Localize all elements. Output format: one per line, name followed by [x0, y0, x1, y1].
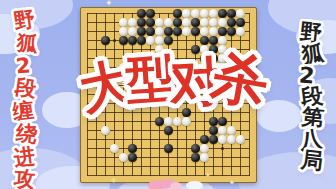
white-stone: [209, 18, 218, 27]
white-stone: [128, 27, 137, 36]
black-stone: [137, 18, 146, 27]
black-stone: [173, 9, 182, 18]
black-stone: [200, 36, 209, 45]
white-stone: [200, 18, 209, 27]
white-stone: [200, 9, 209, 18]
white-stone: [119, 153, 128, 162]
white-stone: [227, 135, 236, 144]
left-caption-char: 狐: [16, 32, 39, 55]
left-caption-char: 野: [13, 9, 37, 33]
black-stone: [101, 36, 110, 45]
black-stone: [137, 9, 146, 18]
sparkle-icon: ✦: [105, 0, 113, 8]
white-stone: [209, 27, 218, 36]
black-stone: [218, 27, 227, 36]
white-stone: [182, 18, 191, 27]
black-stone: [191, 144, 200, 153]
white-stone: [218, 18, 227, 27]
black-stone: [209, 36, 218, 45]
sparkle-icon: ✦: [229, 180, 235, 187]
black-stone: [173, 27, 182, 36]
white-stone: [173, 117, 182, 126]
white-stone: [155, 36, 164, 45]
white-stone: [119, 27, 128, 36]
white-stone: [209, 9, 218, 18]
black-stone: [236, 18, 245, 27]
black-stone: [128, 153, 137, 162]
black-stone: [119, 36, 128, 45]
black-stone: [146, 27, 155, 36]
sparkle-icon: ✦: [109, 175, 118, 186]
black-stone: [191, 18, 200, 27]
right-caption-char: 局: [300, 149, 325, 174]
star-point: [221, 147, 224, 150]
black-stone: [164, 27, 173, 36]
white-stone: [182, 27, 191, 36]
grid-line: [87, 157, 250, 158]
black-stone: [191, 153, 200, 162]
left-caption-char: 攻: [13, 168, 36, 189]
left-caption-char: 缠: [12, 100, 35, 123]
title-char: 杀: [208, 48, 273, 113]
pink-dot-decoration: [170, 182, 182, 189]
white-stone: [164, 18, 173, 27]
white-stone: [101, 126, 110, 135]
black-stone: [218, 117, 227, 126]
white-stone: [200, 153, 209, 162]
black-stone: [191, 27, 200, 36]
grid-line: [87, 166, 250, 167]
white-stone: [191, 9, 200, 18]
left-caption-char: 绕: [15, 123, 38, 146]
black-stone: [209, 135, 218, 144]
black-stone: [173, 18, 182, 27]
white-stone: [236, 27, 245, 36]
white-stone: [200, 27, 209, 36]
black-stone: [209, 117, 218, 126]
white-stone: [182, 117, 191, 126]
black-stone: [200, 135, 209, 144]
white-stone: [119, 18, 128, 27]
white-puff-decoration: [186, 181, 203, 189]
black-stone: [137, 27, 146, 36]
white-stone: [218, 126, 227, 135]
white-stone: [200, 144, 209, 153]
black-stone: [164, 126, 173, 135]
white-stone: [164, 117, 173, 126]
white-stone: [236, 9, 245, 18]
white-stone: [155, 27, 164, 36]
black-stone: [146, 9, 155, 18]
white-stone: [182, 9, 191, 18]
white-stone: [128, 18, 137, 27]
black-stone: [164, 144, 173, 153]
black-stone: [146, 18, 155, 27]
black-stone: [227, 18, 236, 27]
black-stone: [227, 27, 236, 36]
white-stone: [155, 18, 164, 27]
left-caption-char: 段: [14, 77, 38, 101]
white-stone: [146, 36, 155, 45]
star-point: [113, 39, 116, 42]
black-stone: [137, 36, 146, 45]
black-stone: [155, 117, 164, 126]
black-stone: [218, 9, 227, 18]
white-stone: [218, 135, 227, 144]
sparkle-icon: ✦: [204, 171, 212, 180]
black-stone: [128, 36, 137, 45]
white-stone: [110, 144, 119, 153]
black-stone: [209, 126, 218, 135]
white-stone: [236, 135, 245, 144]
black-stone: [128, 144, 137, 153]
white-stone: [227, 126, 236, 135]
video-thumbnail[interactable]: 野狐2段缠绕进攻 野狐2段第八局 大型对杀 ✦✦✦✦: [0, 0, 336, 189]
black-stone: [227, 9, 236, 18]
black-stone: [164, 36, 173, 45]
